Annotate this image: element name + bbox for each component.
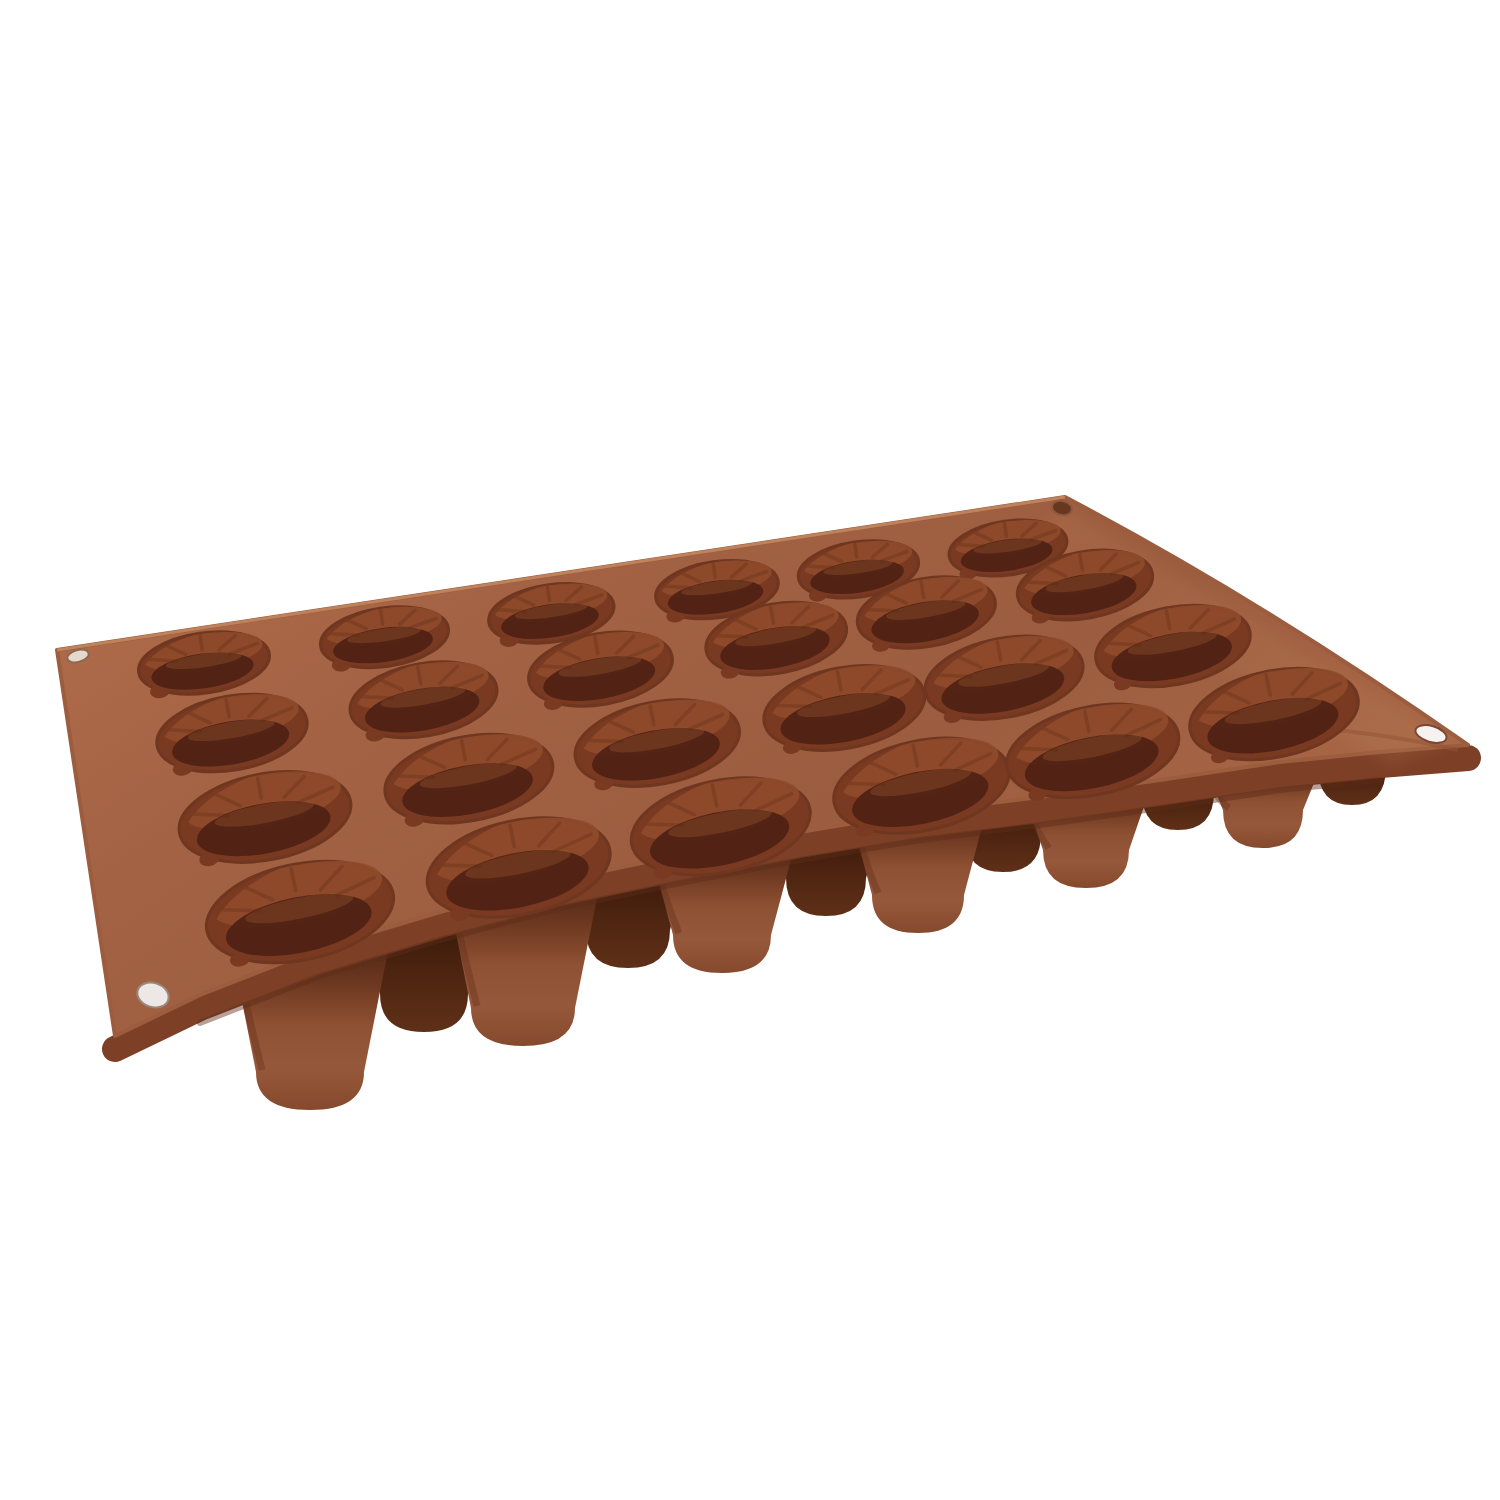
cavity-flute-rib xyxy=(1005,523,1007,536)
cavity-flute-rib xyxy=(548,587,550,600)
cavity-flute-rib xyxy=(200,636,202,650)
baking-mold-illustration xyxy=(0,0,1500,1500)
cavity-flute-rib xyxy=(855,544,857,557)
cavity-flute-rib xyxy=(381,610,383,624)
cavity-flute-rib xyxy=(713,564,715,577)
product-photo-canvas xyxy=(0,0,1500,1500)
